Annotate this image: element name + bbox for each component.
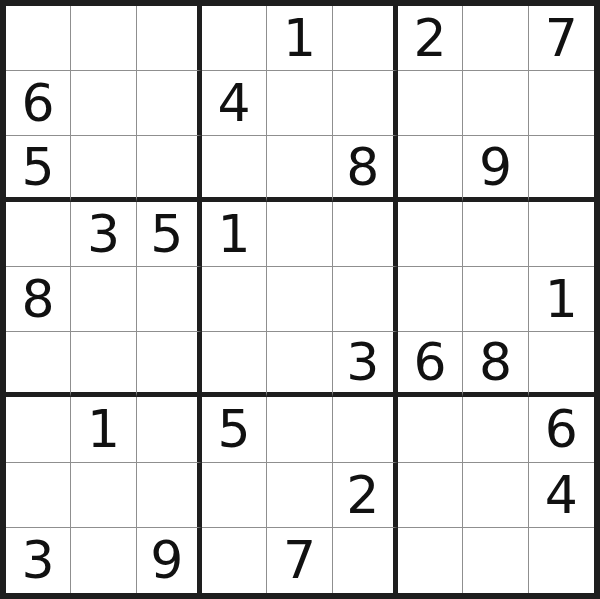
cell-r6c9[interactable] bbox=[529, 332, 594, 397]
cell-r3c9[interactable] bbox=[529, 136, 594, 201]
cell-r1c7[interactable]: 2 bbox=[398, 6, 463, 71]
given-digit: 8 bbox=[22, 273, 55, 325]
given-digit: 1 bbox=[545, 273, 578, 325]
cell-r1c8[interactable] bbox=[463, 6, 528, 71]
cell-r9c3[interactable]: 9 bbox=[137, 528, 202, 593]
cell-r5c2[interactable] bbox=[71, 267, 136, 332]
given-digit: 5 bbox=[218, 403, 251, 455]
cell-r4c6[interactable] bbox=[333, 202, 398, 267]
cell-r1c1[interactable] bbox=[6, 6, 71, 71]
cell-r6c3[interactable] bbox=[137, 332, 202, 397]
cell-r7c9[interactable]: 6 bbox=[529, 397, 594, 462]
given-digit: 4 bbox=[218, 77, 251, 129]
given-digit: 2 bbox=[346, 469, 379, 521]
cell-r8c4[interactable] bbox=[202, 463, 267, 528]
cell-r4c7[interactable] bbox=[398, 202, 463, 267]
given-digit: 1 bbox=[87, 403, 120, 455]
cell-r1c3[interactable] bbox=[137, 6, 202, 71]
cell-r7c8[interactable] bbox=[463, 397, 528, 462]
cell-r1c2[interactable] bbox=[71, 6, 136, 71]
given-digit: 1 bbox=[283, 12, 316, 64]
sudoku-board: 127645893518136815624397 bbox=[0, 0, 600, 599]
cell-r2c4[interactable]: 4 bbox=[202, 71, 267, 136]
cell-r6c6[interactable]: 3 bbox=[333, 332, 398, 397]
cell-r2c5[interactable] bbox=[267, 71, 332, 136]
cell-r8c3[interactable] bbox=[137, 463, 202, 528]
given-digit: 8 bbox=[479, 336, 512, 388]
cell-r8c9[interactable]: 4 bbox=[529, 463, 594, 528]
cell-r9c7[interactable] bbox=[398, 528, 463, 593]
cell-r5c6[interactable] bbox=[333, 267, 398, 332]
cell-r3c5[interactable] bbox=[267, 136, 332, 201]
cell-r6c2[interactable] bbox=[71, 332, 136, 397]
given-digit: 2 bbox=[414, 12, 447, 64]
cell-r9c9[interactable] bbox=[529, 528, 594, 593]
given-digit: 7 bbox=[283, 534, 316, 586]
cell-r7c3[interactable] bbox=[137, 397, 202, 462]
given-digit: 3 bbox=[346, 336, 379, 388]
given-digit: 1 bbox=[218, 208, 251, 260]
cell-r2c7[interactable] bbox=[398, 71, 463, 136]
cell-r1c4[interactable] bbox=[202, 6, 267, 71]
cell-r2c2[interactable] bbox=[71, 71, 136, 136]
cell-r2c9[interactable] bbox=[529, 71, 594, 136]
given-digit: 6 bbox=[22, 77, 55, 129]
cell-r4c9[interactable] bbox=[529, 202, 594, 267]
cell-r3c7[interactable] bbox=[398, 136, 463, 201]
cell-r7c1[interactable] bbox=[6, 397, 71, 462]
cell-r3c3[interactable] bbox=[137, 136, 202, 201]
cell-r6c1[interactable] bbox=[6, 332, 71, 397]
cell-r9c6[interactable] bbox=[333, 528, 398, 593]
given-digit: 6 bbox=[414, 336, 447, 388]
cell-r5c3[interactable] bbox=[137, 267, 202, 332]
given-digit: 3 bbox=[87, 208, 120, 260]
cell-r3c2[interactable] bbox=[71, 136, 136, 201]
given-digit: 9 bbox=[150, 534, 183, 586]
cell-r7c4[interactable]: 5 bbox=[202, 397, 267, 462]
cell-r8c6[interactable]: 2 bbox=[333, 463, 398, 528]
cell-r8c7[interactable] bbox=[398, 463, 463, 528]
given-digit: 9 bbox=[479, 141, 512, 193]
cell-r4c5[interactable] bbox=[267, 202, 332, 267]
cell-r5c7[interactable] bbox=[398, 267, 463, 332]
cell-r9c5[interactable]: 7 bbox=[267, 528, 332, 593]
given-digit: 4 bbox=[545, 469, 578, 521]
cell-r8c1[interactable] bbox=[6, 463, 71, 528]
cell-r6c8[interactable]: 8 bbox=[463, 332, 528, 397]
cell-r8c8[interactable] bbox=[463, 463, 528, 528]
cell-r4c3[interactable]: 5 bbox=[137, 202, 202, 267]
cell-r7c5[interactable] bbox=[267, 397, 332, 462]
given-digit: 8 bbox=[346, 141, 379, 193]
cell-r4c1[interactable] bbox=[6, 202, 71, 267]
cell-r7c2[interactable]: 1 bbox=[71, 397, 136, 462]
cell-r2c1[interactable]: 6 bbox=[6, 71, 71, 136]
cell-r9c8[interactable] bbox=[463, 528, 528, 593]
given-digit: 7 bbox=[545, 12, 578, 64]
cell-r5c5[interactable] bbox=[267, 267, 332, 332]
cell-r7c7[interactable] bbox=[398, 397, 463, 462]
cell-r5c4[interactable] bbox=[202, 267, 267, 332]
given-digit: 6 bbox=[545, 403, 578, 455]
cell-r5c1[interactable]: 8 bbox=[6, 267, 71, 332]
cell-r1c9[interactable]: 7 bbox=[529, 6, 594, 71]
cell-r4c4[interactable]: 1 bbox=[202, 202, 267, 267]
cell-r2c3[interactable] bbox=[137, 71, 202, 136]
cell-r3c1[interactable]: 5 bbox=[6, 136, 71, 201]
cell-r3c6[interactable]: 8 bbox=[333, 136, 398, 201]
cell-r6c5[interactable] bbox=[267, 332, 332, 397]
cell-r4c8[interactable] bbox=[463, 202, 528, 267]
cell-r7c6[interactable] bbox=[333, 397, 398, 462]
cell-r5c9[interactable]: 1 bbox=[529, 267, 594, 332]
cell-r6c4[interactable] bbox=[202, 332, 267, 397]
cell-r6c7[interactable]: 6 bbox=[398, 332, 463, 397]
given-digit: 5 bbox=[22, 141, 55, 193]
cell-r9c2[interactable] bbox=[71, 528, 136, 593]
cell-r9c4[interactable] bbox=[202, 528, 267, 593]
cell-r8c5[interactable] bbox=[267, 463, 332, 528]
cell-r4c2[interactable]: 3 bbox=[71, 202, 136, 267]
given-digit: 5 bbox=[150, 208, 183, 260]
given-digit: 3 bbox=[22, 534, 55, 586]
cell-r2c8[interactable] bbox=[463, 71, 528, 136]
cell-r9c1[interactable]: 3 bbox=[6, 528, 71, 593]
cell-r3c4[interactable] bbox=[202, 136, 267, 201]
cell-r5c8[interactable] bbox=[463, 267, 528, 332]
cell-r8c2[interactable] bbox=[71, 463, 136, 528]
cell-r3c8[interactable]: 9 bbox=[463, 136, 528, 201]
cell-r2c6[interactable] bbox=[333, 71, 398, 136]
cell-r1c5[interactable]: 1 bbox=[267, 6, 332, 71]
cell-r1c6[interactable] bbox=[333, 6, 398, 71]
